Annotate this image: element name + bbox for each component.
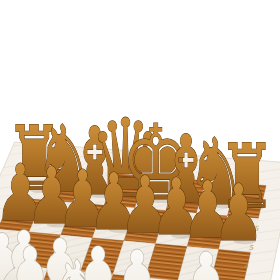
chess-board: 654 ♜♞♝♛♚♝♞♜♟♟♟♟♟♟♟♟♟♟♟♟♟♟♟♟♜♞♝♛♚♝♞♜ ♟♟♟…	[0, 0, 280, 280]
foreground-white-pawn-8[interactable]: ♟	[169, 231, 242, 280]
foreground-white-pawn-7[interactable]: ♟	[100, 229, 173, 280]
photo-canvas: 654 ♜♞♝♛♚♝♞♜♟♟♟♟♟♟♟♟♟♟♟♟♟♟♟♟♜♞♝♛♚♝♞♜ ♟♟♟…	[0, 0, 280, 280]
rank-label-4: 4	[244, 262, 249, 270]
